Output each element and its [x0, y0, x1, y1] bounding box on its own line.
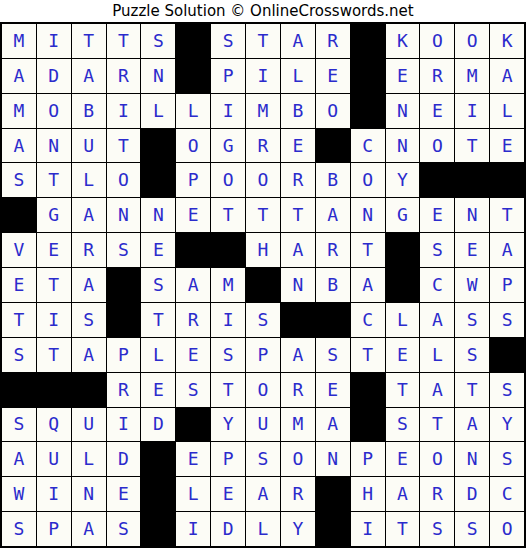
letter-cell-r2c7: P — [211, 59, 245, 93]
letter-cell-r10c10: S — [316, 338, 350, 372]
letter-cell-r8c1: E — [2, 268, 36, 302]
letter-cell-r2c2: D — [37, 59, 71, 93]
letter-cell-r10c4: P — [107, 338, 141, 372]
letter-cell-r6c2: G — [37, 198, 71, 232]
block-cell-r9c9 — [281, 303, 315, 337]
letter-cell-r14c3: N — [72, 477, 106, 511]
letter-cell-r11c9: R — [281, 373, 315, 407]
block-cell-r8c12 — [386, 268, 420, 302]
letter-cell-r10c2: T — [37, 338, 71, 372]
letter-cell-r10c13: L — [420, 338, 454, 372]
letter-cell-r1c3: T — [72, 24, 106, 58]
block-cell-r12c6 — [176, 408, 210, 442]
letter-cell-r10c11: T — [351, 338, 385, 372]
letter-cell-r3c13: E — [420, 94, 454, 128]
letter-cell-r14c7: E — [211, 477, 245, 511]
letter-cell-r11c7: T — [211, 373, 245, 407]
letter-cell-r4c12: N — [386, 129, 420, 163]
letter-cell-r6c7: T — [211, 198, 245, 232]
letter-cell-r4c11: C — [351, 129, 385, 163]
letter-cell-r1c8: T — [246, 24, 280, 58]
letter-cell-r2c1: A — [2, 59, 36, 93]
letter-cell-r11c14: T — [455, 373, 489, 407]
block-cell-r11c1 — [2, 373, 36, 407]
letter-cell-r9c2: I — [37, 303, 71, 337]
letter-cell-r9c5: T — [141, 303, 175, 337]
letter-cell-r11c4: R — [107, 373, 141, 407]
letter-cell-r7c15: A — [490, 233, 524, 267]
letter-cell-r9c12: L — [386, 303, 420, 337]
letter-cell-r4c14: T — [455, 129, 489, 163]
letter-cell-r12c1: S — [2, 408, 36, 442]
letter-cell-r5c11: O — [351, 163, 385, 197]
letter-cell-r13c10: N — [316, 442, 350, 476]
letter-cell-r1c7: S — [211, 24, 245, 58]
block-cell-r7c6 — [176, 233, 210, 267]
letter-cell-r3c12: N — [386, 94, 420, 128]
letter-cell-r1c13: O — [420, 24, 454, 58]
letter-cell-r3c5: L — [141, 94, 175, 128]
block-cell-r11c3 — [72, 373, 106, 407]
letter-cell-r2c5: N — [141, 59, 175, 93]
letter-cell-r1c2: I — [37, 24, 71, 58]
letter-cell-r5c6: P — [176, 163, 210, 197]
letter-cell-r4c4: T — [107, 129, 141, 163]
letter-cell-r12c10: A — [316, 408, 350, 442]
letter-cell-r15c6: I — [176, 512, 210, 546]
letter-cell-r5c4: O — [107, 163, 141, 197]
letter-cell-r14c9: R — [281, 477, 315, 511]
letter-cell-r9c3: S — [72, 303, 106, 337]
letter-cell-r8c14: W — [455, 268, 489, 302]
letter-cell-r15c4: S — [107, 512, 141, 546]
letter-cell-r13c8: S — [246, 442, 280, 476]
block-cell-r15c10 — [316, 512, 350, 546]
block-cell-r5c15 — [490, 163, 524, 197]
letter-cell-r7c4: S — [107, 233, 141, 267]
letter-cell-r13c13: O — [420, 442, 454, 476]
block-cell-r5c14 — [455, 163, 489, 197]
letter-cell-r4c2: N — [37, 129, 71, 163]
block-cell-r15c5 — [141, 512, 175, 546]
letter-cell-r5c7: O — [211, 163, 245, 197]
letter-cell-r14c6: L — [176, 477, 210, 511]
letter-cell-r7c13: S — [420, 233, 454, 267]
letter-cell-r3c10: O — [316, 94, 350, 128]
letter-cell-r14c2: I — [37, 477, 71, 511]
letter-cell-r6c5: N — [141, 198, 175, 232]
letter-cell-r15c15: O — [490, 512, 524, 546]
letter-cell-r2c15: A — [490, 59, 524, 93]
letter-cell-r2c9: L — [281, 59, 315, 93]
letter-cell-r6c14: N — [455, 198, 489, 232]
letter-cell-r6c8: T — [246, 198, 280, 232]
letter-cell-r10c7: S — [211, 338, 245, 372]
letter-cell-r2c3: A — [72, 59, 106, 93]
letter-cell-r9c13: A — [420, 303, 454, 337]
letter-cell-r7c10: R — [316, 233, 350, 267]
letter-cell-r12c13: T — [420, 408, 454, 442]
block-cell-r8c8 — [246, 268, 280, 302]
letter-cell-r2c12: E — [386, 59, 420, 93]
letter-cell-r3c15: L — [490, 94, 524, 128]
letter-cell-r12c12: S — [386, 408, 420, 442]
letter-cell-r15c11: I — [351, 512, 385, 546]
letter-cell-r15c7: D — [211, 512, 245, 546]
letter-cell-r3c14: I — [455, 94, 489, 128]
letter-cell-r1c14: O — [455, 24, 489, 58]
letter-cell-r11c13: A — [420, 373, 454, 407]
letter-cell-r4c8: R — [246, 129, 280, 163]
letter-cell-r13c4: D — [107, 442, 141, 476]
letter-cell-r5c10: B — [316, 163, 350, 197]
letter-cell-r15c2: P — [37, 512, 71, 546]
letter-cell-r7c8: H — [246, 233, 280, 267]
letter-cell-r10c3: A — [72, 338, 106, 372]
letter-cell-r6c10: A — [316, 198, 350, 232]
letter-cell-r8c10: B — [316, 268, 350, 302]
block-cell-r2c11 — [351, 59, 385, 93]
letter-cell-r13c11: P — [351, 442, 385, 476]
letter-cell-r12c15: Y — [490, 408, 524, 442]
letter-cell-r1c1: M — [2, 24, 36, 58]
letter-cell-r14c15: C — [490, 477, 524, 511]
block-cell-r14c5 — [141, 477, 175, 511]
letter-cell-r12c9: M — [281, 408, 315, 442]
letter-cell-r5c9: R — [281, 163, 315, 197]
letter-cell-r10c12: E — [386, 338, 420, 372]
letter-cell-r15c3: A — [72, 512, 106, 546]
letter-cell-r13c1: A — [2, 442, 36, 476]
block-cell-r11c11 — [351, 373, 385, 407]
letter-cell-r12c14: A — [455, 408, 489, 442]
letter-cell-r6c3: A — [72, 198, 106, 232]
letter-cell-r8c13: C — [420, 268, 454, 302]
letter-cell-r13c7: P — [211, 442, 245, 476]
letter-cell-r1c4: T — [107, 24, 141, 58]
block-cell-r13c5 — [141, 442, 175, 476]
letter-cell-r7c2: E — [37, 233, 71, 267]
letter-cell-r3c6: L — [176, 94, 210, 128]
letter-cell-r7c11: T — [351, 233, 385, 267]
letter-cell-r8c9: N — [281, 268, 315, 302]
letter-cell-r15c12: T — [386, 512, 420, 546]
letter-cell-r2c8: I — [246, 59, 280, 93]
letter-cell-r4c7: G — [211, 129, 245, 163]
letter-cell-r13c14: N — [455, 442, 489, 476]
letter-cell-r15c1: S — [2, 512, 36, 546]
letter-cell-r3c2: O — [37, 94, 71, 128]
letter-cell-r8c2: T — [37, 268, 71, 302]
letter-cell-r7c1: V — [2, 233, 36, 267]
letter-cell-r1c10: R — [316, 24, 350, 58]
letter-cell-r10c6: E — [176, 338, 210, 372]
letter-cell-r7c9: A — [281, 233, 315, 267]
letter-cell-r1c5: S — [141, 24, 175, 58]
letter-cell-r4c15: E — [490, 129, 524, 163]
letter-cell-r10c5: L — [141, 338, 175, 372]
letter-cell-r4c1: A — [2, 129, 36, 163]
letter-cell-r10c14: S — [455, 338, 489, 372]
letter-cell-r11c15: S — [490, 373, 524, 407]
letter-cell-r8c3: A — [72, 268, 106, 302]
letter-cell-r13c3: L — [72, 442, 106, 476]
letter-cell-r13c2: U — [37, 442, 71, 476]
block-cell-r14c10 — [316, 477, 350, 511]
letter-cell-r1c12: K — [386, 24, 420, 58]
letter-cell-r14c8: A — [246, 477, 280, 511]
letter-cell-r2c10: E — [316, 59, 350, 93]
block-cell-r1c6 — [176, 24, 210, 58]
letter-cell-r8c15: P — [490, 268, 524, 302]
letter-cell-r3c4: I — [107, 94, 141, 128]
block-cell-r5c5 — [141, 163, 175, 197]
letter-cell-r8c11: A — [351, 268, 385, 302]
letter-cell-r7c3: R — [72, 233, 106, 267]
letter-cell-r15c13: S — [420, 512, 454, 546]
block-cell-r9c10 — [316, 303, 350, 337]
letter-cell-r15c9: Y — [281, 512, 315, 546]
letter-cell-r12c7: Y — [211, 408, 245, 442]
letter-cell-r11c12: T — [386, 373, 420, 407]
block-cell-r4c5 — [141, 129, 175, 163]
letter-cell-r9c14: S — [455, 303, 489, 337]
letter-cell-r2c13: R — [420, 59, 454, 93]
letter-cell-r5c1: S — [2, 163, 36, 197]
letter-cell-r1c9: A — [281, 24, 315, 58]
letter-cell-r14c13: R — [420, 477, 454, 511]
block-cell-r7c12 — [386, 233, 420, 267]
letter-cell-r12c4: I — [107, 408, 141, 442]
letter-cell-r6c6: E — [176, 198, 210, 232]
letter-cell-r1c15: K — [490, 24, 524, 58]
letter-cell-r11c5: E — [141, 373, 175, 407]
letter-cell-r3c1: M — [2, 94, 36, 128]
letter-cell-r6c12: G — [386, 198, 420, 232]
letter-cell-r8c7: M — [211, 268, 245, 302]
letter-cell-r8c5: S — [141, 268, 175, 302]
letter-cell-r3c9: B — [281, 94, 315, 128]
letter-cell-r10c9: A — [281, 338, 315, 372]
letter-cell-r13c9: O — [281, 442, 315, 476]
letter-cell-r6c13: E — [420, 198, 454, 232]
block-cell-r7c7 — [211, 233, 245, 267]
letter-cell-r6c15: T — [490, 198, 524, 232]
letter-cell-r5c12: Y — [386, 163, 420, 197]
letter-cell-r14c14: D — [455, 477, 489, 511]
letter-cell-r4c13: O — [420, 129, 454, 163]
letter-cell-r2c4: R — [107, 59, 141, 93]
block-cell-r9c4 — [107, 303, 141, 337]
puzzle-solution-page: Puzzle Solution © OnlineCrosswords.net M… — [0, 0, 526, 551]
block-cell-r10c15 — [490, 338, 524, 372]
letter-cell-r14c12: A — [386, 477, 420, 511]
letter-cell-r3c3: B — [72, 94, 106, 128]
letter-cell-r5c3: L — [72, 163, 106, 197]
block-cell-r6c1 — [2, 198, 36, 232]
letter-cell-r7c5: E — [141, 233, 175, 267]
block-cell-r1c11 — [351, 24, 385, 58]
letter-cell-r9c8: S — [246, 303, 280, 337]
letter-cell-r13c15: S — [490, 442, 524, 476]
block-cell-r2c6 — [176, 59, 210, 93]
letter-cell-r2c14: M — [455, 59, 489, 93]
letter-cell-r10c8: P — [246, 338, 280, 372]
letter-cell-r9c7: I — [211, 303, 245, 337]
letter-cell-r6c11: N — [351, 198, 385, 232]
letter-cell-r9c11: C — [351, 303, 385, 337]
letter-cell-r7c14: E — [455, 233, 489, 267]
letter-cell-r14c1: W — [2, 477, 36, 511]
letter-cell-r13c6: E — [176, 442, 210, 476]
letter-cell-r15c8: L — [246, 512, 280, 546]
letter-cell-r4c3: U — [72, 129, 106, 163]
crossword-grid: MITTSSTARKOOKADARNPILEERMAMOBILLIMBONEIL… — [0, 22, 526, 548]
letter-cell-r11c6: S — [176, 373, 210, 407]
block-cell-r3c11 — [351, 94, 385, 128]
letter-cell-r14c11: H — [351, 477, 385, 511]
letter-cell-r9c15: S — [490, 303, 524, 337]
letter-cell-r12c8: U — [246, 408, 280, 442]
letter-cell-r9c1: T — [2, 303, 36, 337]
page-title: Puzzle Solution © OnlineCrosswords.net — [0, 0, 526, 22]
letter-cell-r12c5: D — [141, 408, 175, 442]
block-cell-r12c11 — [351, 408, 385, 442]
letter-cell-r15c14: S — [455, 512, 489, 546]
letter-cell-r4c6: O — [176, 129, 210, 163]
letter-cell-r10c1: S — [2, 338, 36, 372]
letter-cell-r3c8: M — [246, 94, 280, 128]
letter-cell-r8c6: A — [176, 268, 210, 302]
letter-cell-r13c12: E — [386, 442, 420, 476]
letter-cell-r12c2: Q — [37, 408, 71, 442]
block-cell-r8c4 — [107, 268, 141, 302]
letter-cell-r11c10: E — [316, 373, 350, 407]
block-cell-r11c2 — [37, 373, 71, 407]
letter-cell-r5c2: T — [37, 163, 71, 197]
letter-cell-r6c4: N — [107, 198, 141, 232]
letter-cell-r9c6: R — [176, 303, 210, 337]
letter-cell-r6c9: T — [281, 198, 315, 232]
letter-cell-r4c9: E — [281, 129, 315, 163]
letter-cell-r11c8: O — [246, 373, 280, 407]
block-cell-r5c13 — [420, 163, 454, 197]
letter-cell-r12c3: U — [72, 408, 106, 442]
letter-cell-r14c4: E — [107, 477, 141, 511]
block-cell-r4c10 — [316, 129, 350, 163]
letter-cell-r5c8: O — [246, 163, 280, 197]
letter-cell-r3c7: I — [211, 94, 245, 128]
